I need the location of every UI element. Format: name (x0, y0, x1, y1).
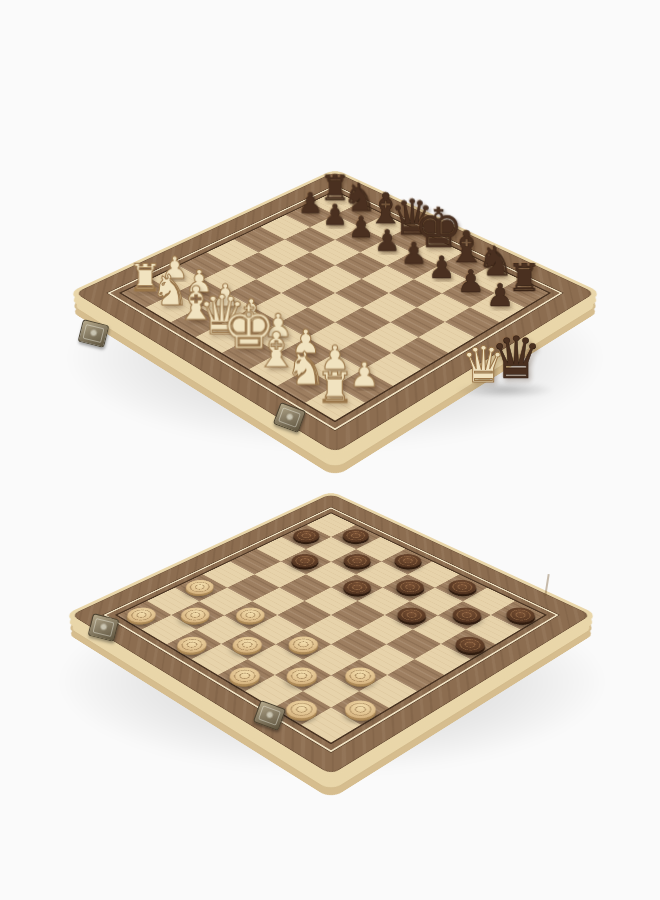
spare-black-queen: ♛ (490, 329, 542, 387)
brass-clasp (88, 613, 120, 642)
overlay-layer: ♛ ♛ (0, 0, 660, 900)
brass-clasp (253, 700, 286, 731)
brass-clasp (78, 319, 110, 348)
brass-clasp (273, 402, 306, 433)
fold-seam (544, 574, 549, 596)
product-photo-page: { "background": "#fafafa", "game": "2-in… (0, 0, 660, 900)
